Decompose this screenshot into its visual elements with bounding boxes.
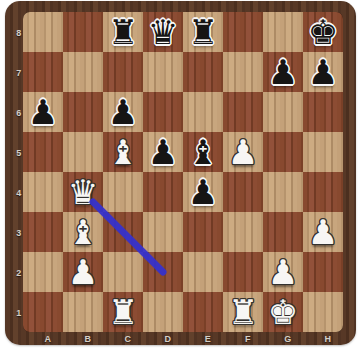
square-g6[interactable] [263,92,303,132]
square-f2[interactable] [223,252,263,292]
square-b7[interactable] [63,52,103,92]
file-labels: ABCDEFGH [28,332,348,346]
piece-white-queen-b4[interactable]: ♛ [68,172,98,212]
piece-white-bishop-b3[interactable]: ♝ [68,212,98,252]
square-g3[interactable] [263,212,303,252]
square-f5[interactable]: ♟ [223,132,263,172]
piece-white-king-g1[interactable]: ♚ [268,292,298,332]
piece-white-pawn-g2[interactable]: ♟ [268,252,298,292]
square-b8[interactable] [63,12,103,52]
square-a7[interactable] [23,52,63,92]
piece-black-rook-e8[interactable]: ♜ [188,12,218,52]
piece-black-pawn-c6[interactable]: ♟ [108,92,138,132]
square-a2[interactable] [23,252,63,292]
square-e8[interactable]: ♜ [183,12,223,52]
piece-black-rook-c8[interactable]: ♜ [108,12,138,52]
square-h8[interactable]: ♚ [303,12,343,52]
square-d8[interactable]: ♛ [143,12,183,52]
square-c6[interactable]: ♟ [103,92,143,132]
file-label-f: F [228,332,268,346]
file-label-a: A [28,332,68,346]
square-a8[interactable] [23,12,63,52]
square-d2[interactable] [143,252,183,292]
square-h3[interactable]: ♟ [303,212,343,252]
piece-black-king-h8[interactable]: ♚ [308,12,338,52]
rank-label-4: 4 [10,173,28,213]
square-h4[interactable] [303,172,343,212]
square-b2[interactable]: ♟ [63,252,103,292]
square-c5[interactable]: ♝ [103,132,143,172]
rank-label-8: 8 [10,13,28,53]
piece-black-pawn-d5[interactable]: ♟ [148,132,178,172]
square-b5[interactable] [63,132,103,172]
square-b4[interactable]: ♛ [63,172,103,212]
rank-label-7: 7 [10,53,28,93]
square-d7[interactable] [143,52,183,92]
square-h1[interactable] [303,292,343,332]
piece-white-rook-c1[interactable]: ♜ [108,292,138,332]
square-e6[interactable] [183,92,223,132]
square-e7[interactable] [183,52,223,92]
square-h7[interactable]: ♟ [303,52,343,92]
chess-board[interactable]: ♜♛♜♚♟♟♟♟♝♟♝♟♛♟♝♟♟♟♜♜♚ [23,12,343,332]
rank-label-5: 5 [10,133,28,173]
square-f8[interactable] [223,12,263,52]
square-d1[interactable] [143,292,183,332]
square-f3[interactable] [223,212,263,252]
square-a5[interactable] [23,132,63,172]
square-a4[interactable] [23,172,63,212]
rank-label-1: 1 [10,293,28,333]
piece-black-bishop-e5[interactable]: ♝ [188,132,218,172]
square-b3[interactable]: ♝ [63,212,103,252]
square-f6[interactable] [223,92,263,132]
piece-black-queen-d8[interactable]: ♛ [148,12,178,52]
piece-white-bishop-c5[interactable]: ♝ [108,132,138,172]
square-e5[interactable]: ♝ [183,132,223,172]
square-a1[interactable] [23,292,63,332]
file-label-d: D [148,332,188,346]
square-a3[interactable] [23,212,63,252]
square-c7[interactable] [103,52,143,92]
square-g7[interactable]: ♟ [263,52,303,92]
square-a6[interactable]: ♟ [23,92,63,132]
piece-white-pawn-h3[interactable]: ♟ [308,212,338,252]
square-c3[interactable] [103,212,143,252]
square-e4[interactable]: ♟ [183,172,223,212]
square-f1[interactable]: ♜ [223,292,263,332]
square-b6[interactable] [63,92,103,132]
square-c2[interactable] [103,252,143,292]
square-e3[interactable] [183,212,223,252]
square-d6[interactable] [143,92,183,132]
file-label-e: E [188,332,228,346]
square-d4[interactable] [143,172,183,212]
file-label-c: C [108,332,148,346]
piece-black-pawn-h7[interactable]: ♟ [308,52,338,92]
square-f4[interactable] [223,172,263,212]
rank-label-6: 6 [10,93,28,133]
piece-black-pawn-g7[interactable]: ♟ [268,52,298,92]
square-g1[interactable]: ♚ [263,292,303,332]
rank-labels: 87654321 [10,13,28,333]
square-e2[interactable] [183,252,223,292]
square-c1[interactable]: ♜ [103,292,143,332]
piece-white-rook-f1[interactable]: ♜ [228,292,258,332]
square-d5[interactable]: ♟ [143,132,183,172]
square-d3[interactable] [143,212,183,252]
square-c4[interactable] [103,172,143,212]
square-h2[interactable] [303,252,343,292]
piece-white-pawn-b2[interactable]: ♟ [68,252,98,292]
square-h5[interactable] [303,132,343,172]
square-f7[interactable] [223,52,263,92]
rank-label-2: 2 [10,253,28,293]
square-h6[interactable] [303,92,343,132]
square-g8[interactable] [263,12,303,52]
square-g4[interactable] [263,172,303,212]
file-label-b: B [68,332,108,346]
rank-label-3: 3 [10,213,28,253]
file-label-h: H [308,332,348,346]
square-e1[interactable] [183,292,223,332]
square-g2[interactable]: ♟ [263,252,303,292]
piece-black-pawn-e4[interactable]: ♟ [188,172,218,212]
piece-white-pawn-f5[interactable]: ♟ [228,132,258,172]
square-c8[interactable]: ♜ [103,12,143,52]
piece-black-pawn-a6[interactable]: ♟ [28,92,58,132]
square-b1[interactable] [63,292,103,332]
square-g5[interactable] [263,132,303,172]
file-label-g: G [268,332,308,346]
